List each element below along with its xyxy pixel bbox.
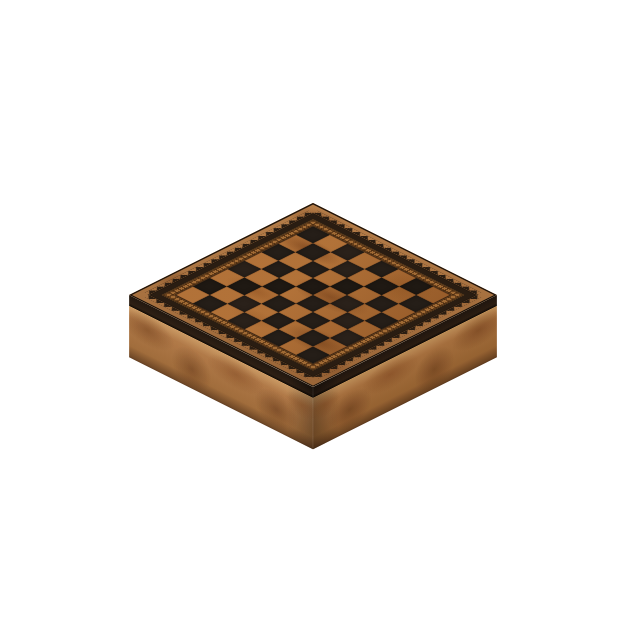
product-photo <box>0 0 625 625</box>
